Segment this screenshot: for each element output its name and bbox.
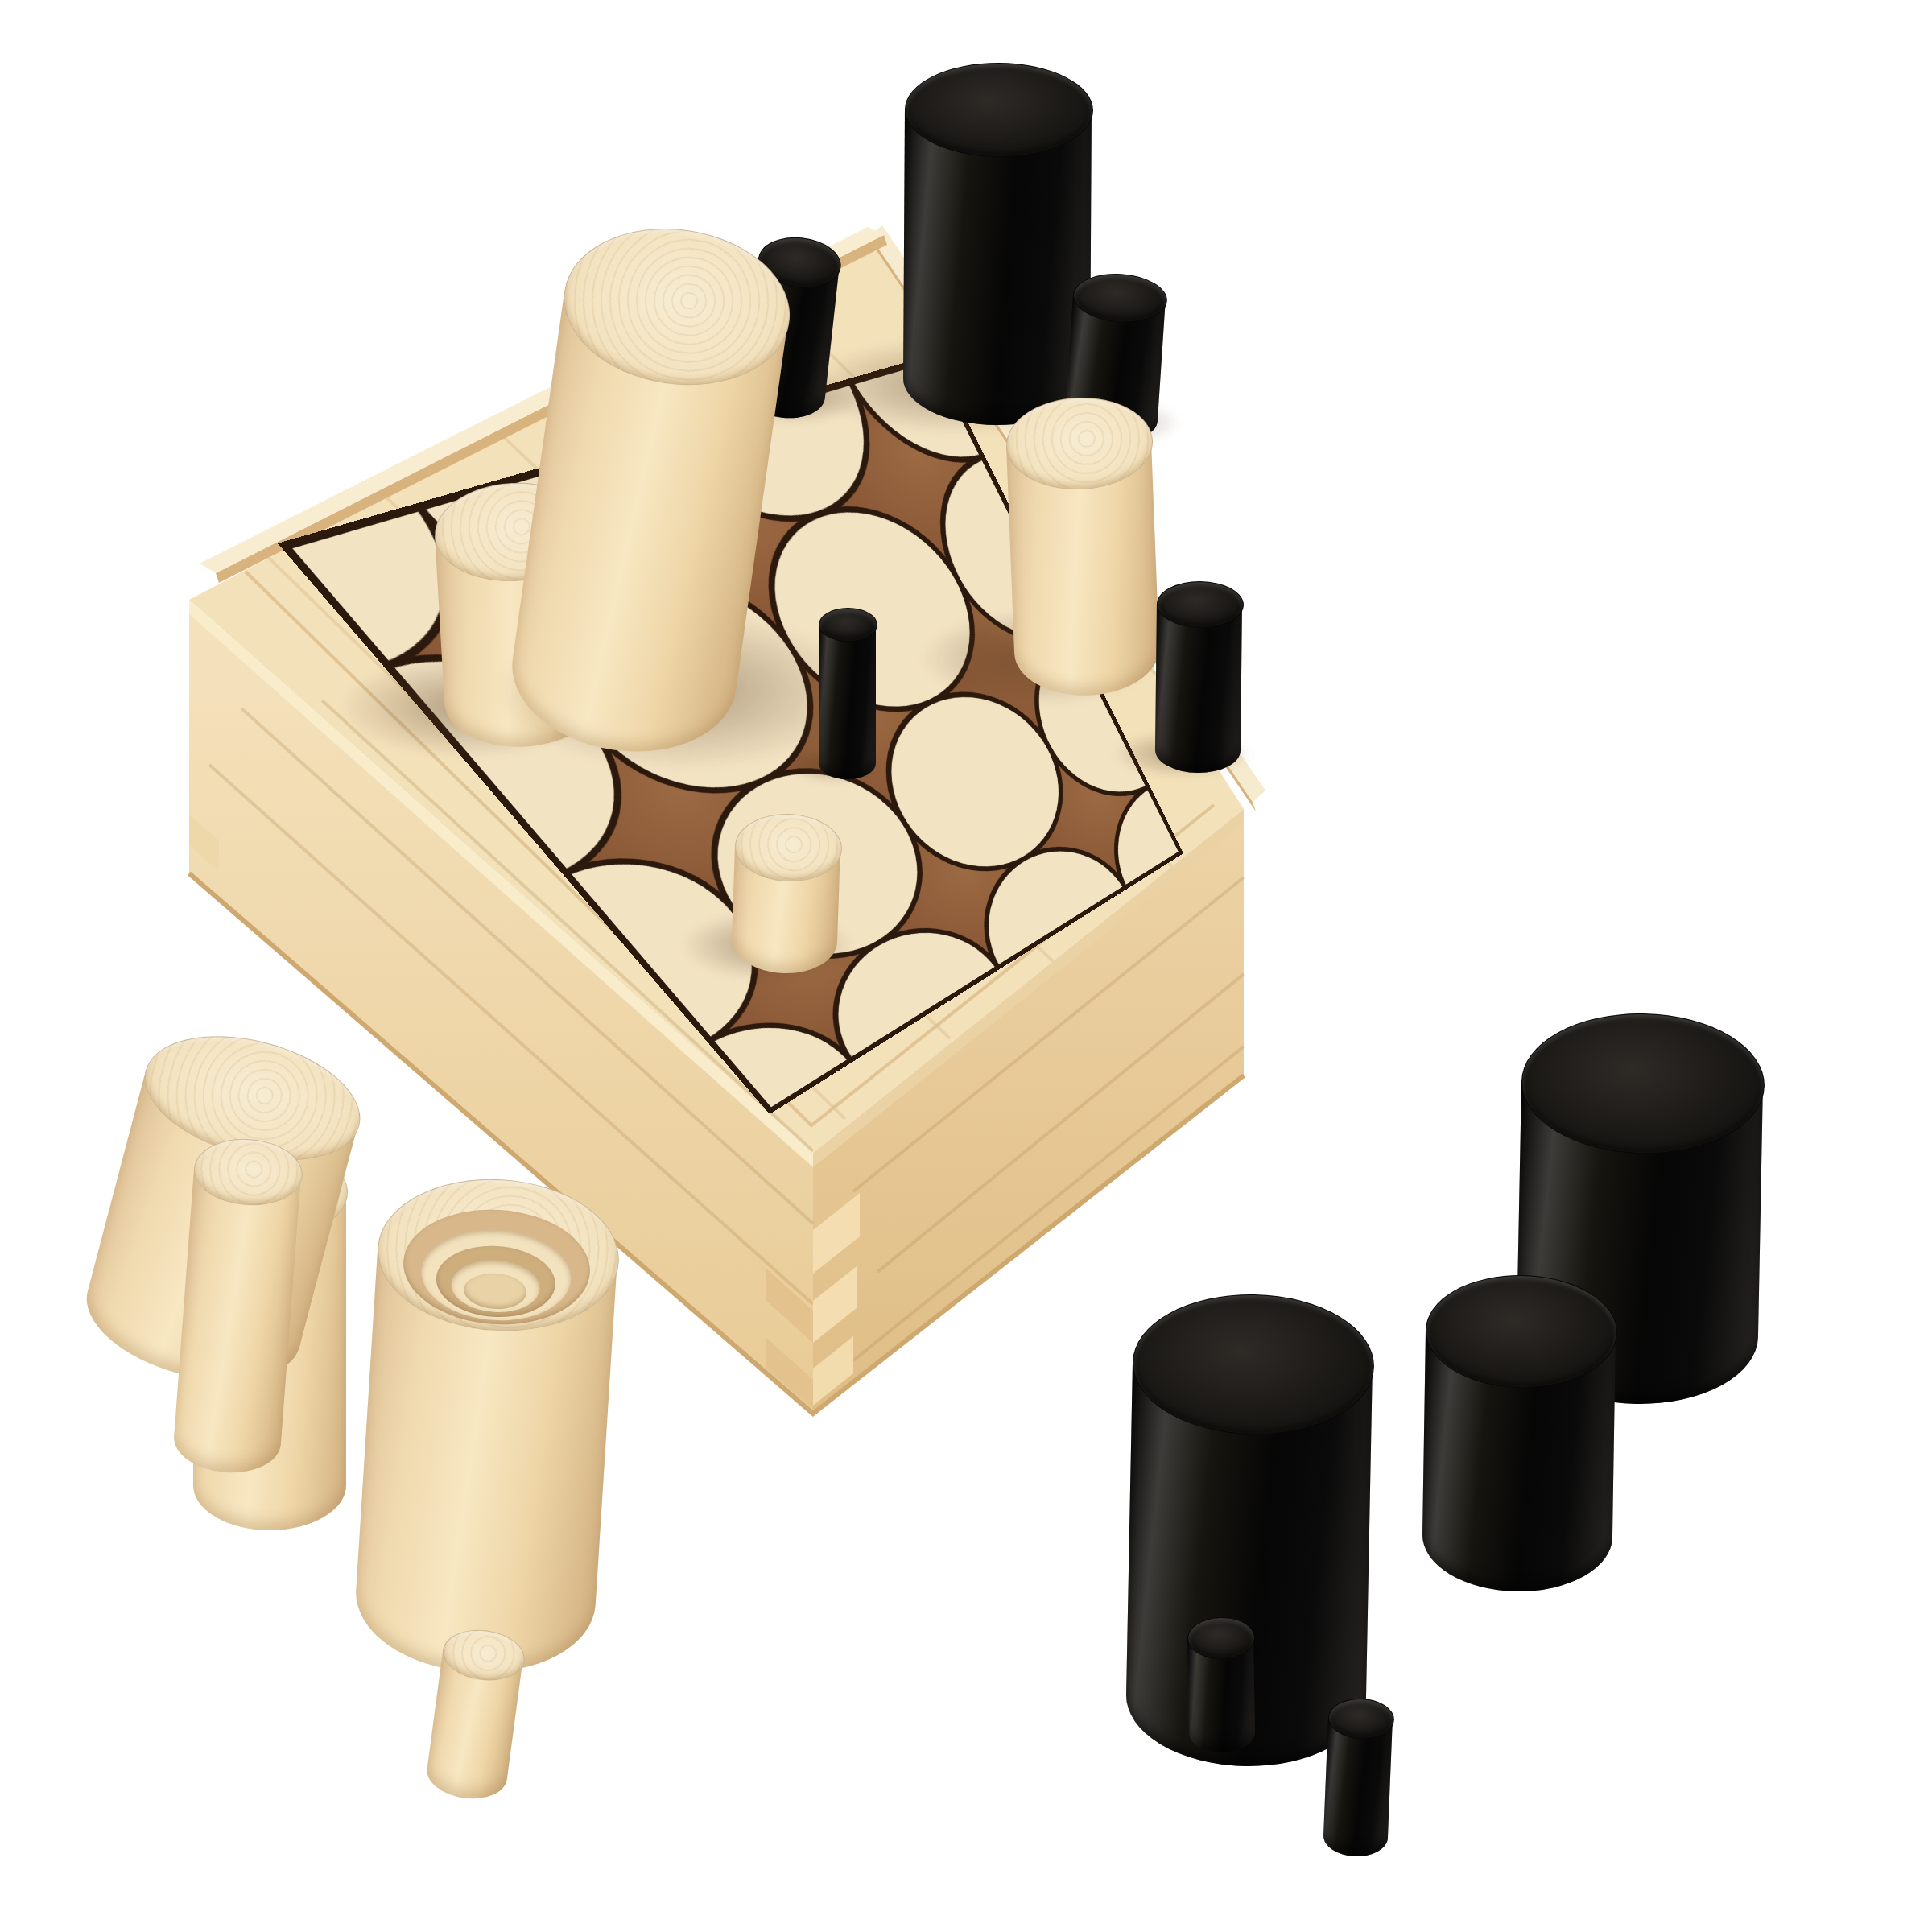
board-black-xsmall-center-point-body: [819, 624, 876, 779]
off-black-medium[interactable]: [1422, 1274, 1616, 1593]
off-natural-large-nested[interactable]: [351, 1172, 621, 1680]
board-black-small-east-top: [1157, 580, 1245, 628]
board-natural-medium-northeast[interactable]: [1005, 395, 1161, 699]
product-photo-stage: [0, 0, 1932, 1932]
pieces-layer: [0, 0, 1932, 1932]
board-black-large-top-cell-top: [905, 62, 1094, 157]
off-natural-small-body: [171, 1167, 301, 1476]
board-black-xsmall-center-point[interactable]: [819, 608, 876, 779]
board-natural-small-front[interactable]: [730, 812, 841, 975]
board-black-xsmall-center-point-top: [819, 608, 877, 642]
board-black-small-east[interactable]: [1155, 580, 1243, 773]
off-black-xsmall-1[interactable]: [1187, 1616, 1256, 1752]
board-black-small-east-body: [1155, 603, 1242, 773]
board-black-large-top-cell[interactable]: [903, 62, 1092, 425]
off-black-xsmall-2[interactable]: [1323, 1697, 1393, 1857]
